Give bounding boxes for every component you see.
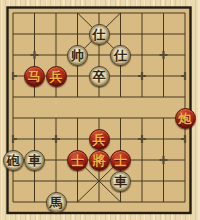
piece-red-general[interactable]: 將 bbox=[89, 150, 110, 171]
piece-red-advisor[interactable]: 士 bbox=[110, 150, 131, 171]
piece-red-horse[interactable]: 马 bbox=[24, 66, 45, 87]
piece-ivory-cannon[interactable]: 砲 bbox=[3, 150, 24, 171]
piece-red-advisor[interactable]: 士 bbox=[67, 150, 88, 171]
piece-ivory-horse[interactable]: 馬 bbox=[46, 192, 67, 213]
piece-red-soldier[interactable]: 兵 bbox=[46, 66, 67, 87]
piece-ivory-advisor[interactable]: 仕 bbox=[110, 45, 131, 66]
piece-ivory-chariot[interactable]: 車 bbox=[110, 171, 131, 192]
piece-ivory-chariot[interactable]: 車 bbox=[24, 150, 45, 171]
xiangqi-app: 仕帅仕马兵卒炮兵砲車士將士車馬 bbox=[0, 0, 200, 220]
piece-ivory-advisor[interactable]: 仕 bbox=[89, 24, 110, 45]
piece-layer: 仕帅仕马兵卒炮兵砲車士將士車馬 bbox=[2, 3, 196, 213]
piece-red-cannon[interactable]: 炮 bbox=[175, 108, 196, 129]
piece-ivory-general[interactable]: 帅 bbox=[67, 45, 88, 66]
piece-red-soldier[interactable]: 兵 bbox=[89, 129, 110, 150]
piece-ivory-soldier[interactable]: 卒 bbox=[89, 66, 110, 87]
